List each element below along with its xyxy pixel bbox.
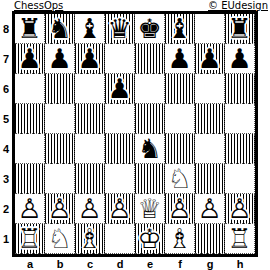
white-pawn: ♟♙ [195,194,224,223]
white-rook: ♜♖ [15,224,44,253]
black-pawn: ♟ [45,44,74,73]
white-knight: ♞♘ [165,164,194,193]
white-pawn: ♟♙ [75,194,104,223]
file-label-d: d [105,257,135,270]
white-pawn: ♟♙ [225,194,254,223]
black-pawn: ♟ [165,44,194,73]
square-d5[interactable] [105,104,135,134]
square-b4[interactable] [45,134,75,164]
square-b1[interactable]: ♞♘ [45,224,75,254]
file-label-c: c [75,257,105,270]
white-knight: ♞♘ [45,224,74,253]
black-bishop: ♝ [165,14,194,43]
white-rook: ♜♖ [225,224,254,253]
square-f8[interactable]: ♝ [165,14,195,44]
file-label-g: g [195,257,225,270]
chess-board: ♜♞♝♛♚♝♜♟♟♟♟♟♟♟♞♞♘♟♙♟♙♟♙♟♙♛♕♟♙♟♙♟♙♜♖♞♘♝♗♚… [15,14,255,254]
square-f5[interactable] [165,104,195,134]
square-a8[interactable]: ♜ [15,14,45,44]
black-pawn: ♟ [75,44,104,73]
file-labels: abcdefgh [15,257,255,270]
square-a3[interactable] [15,164,45,194]
black-pawn: ♟ [15,44,44,73]
square-e6[interactable] [135,74,165,104]
rank-label-5: 5 [0,104,12,134]
rank-label-4: 4 [0,134,12,164]
black-knight: ♞ [45,14,74,43]
square-e1[interactable]: ♚♔ [135,224,165,254]
square-f2[interactable]: ♟♙ [165,194,195,224]
black-rook: ♜ [15,14,44,43]
square-c7[interactable]: ♟ [75,44,105,74]
square-e2[interactable]: ♛♕ [135,194,165,224]
rank-label-1: 1 [0,224,12,254]
square-d4[interactable] [105,134,135,164]
square-b2[interactable]: ♟♙ [45,194,75,224]
square-g2[interactable]: ♟♙ [195,194,225,224]
square-d8[interactable]: ♛ [105,14,135,44]
square-g3[interactable] [195,164,225,194]
square-d7[interactable] [105,44,135,74]
square-c5[interactable] [75,104,105,134]
black-rook: ♜ [225,14,254,43]
square-g6[interactable] [195,74,225,104]
square-b8[interactable]: ♞ [45,14,75,44]
file-label-e: e [135,257,165,270]
square-g8[interactable] [195,14,225,44]
square-a5[interactable] [15,104,45,134]
square-a2[interactable]: ♟♙ [15,194,45,224]
white-pawn: ♟♙ [15,194,44,223]
square-h6[interactable] [225,74,255,104]
square-h2[interactable]: ♟♙ [225,194,255,224]
square-d3[interactable] [105,164,135,194]
square-f7[interactable]: ♟ [165,44,195,74]
black-pawn: ♟ [195,44,224,73]
white-pawn: ♟♙ [165,194,194,223]
eudesign-credit-link[interactable]: © EUdesign [208,0,268,11]
square-h5[interactable] [225,104,255,134]
square-c2[interactable]: ♟♙ [75,194,105,224]
rank-label-7: 7 [0,44,12,74]
white-pawn: ♟♙ [45,194,74,223]
square-c6[interactable] [75,74,105,104]
square-g4[interactable] [195,134,225,164]
rank-label-2: 2 [0,194,12,224]
black-pawn: ♟ [225,44,254,73]
white-bishop: ♝♗ [75,224,104,253]
white-king: ♚♔ [135,224,164,253]
board-frame: ♜♞♝♛♚♝♜♟♟♟♟♟♟♟♞♞♘♟♙♟♙♟♙♟♙♛♕♟♙♟♙♟♙♜♖♞♘♝♗♚… [12,11,258,257]
rank-labels: 87654321 [0,14,12,254]
white-pawn: ♟♙ [105,194,134,223]
square-a4[interactable] [15,134,45,164]
file-label-f: f [165,257,195,270]
chessops-link[interactable]: ChessOps [14,0,63,11]
square-f4[interactable] [165,134,195,164]
file-label-b: b [45,257,75,270]
square-a6[interactable] [15,74,45,104]
square-e7[interactable] [135,44,165,74]
black-bishop: ♝ [75,14,104,43]
square-b7[interactable]: ♟ [45,44,75,74]
black-knight: ♞ [135,134,164,163]
square-c3[interactable] [75,164,105,194]
square-d1[interactable] [105,224,135,254]
square-e5[interactable] [135,104,165,134]
square-c8[interactable]: ♝ [75,14,105,44]
file-label-h: h [225,257,255,270]
square-b6[interactable] [45,74,75,104]
square-f1[interactable]: ♝♗ [165,224,195,254]
square-g7[interactable]: ♟ [195,44,225,74]
rank-label-3: 3 [0,164,12,194]
square-e3[interactable] [135,164,165,194]
black-king: ♚ [135,14,164,43]
square-g1[interactable] [195,224,225,254]
square-e8[interactable]: ♚ [135,14,165,44]
square-e4[interactable]: ♞ [135,134,165,164]
square-b5[interactable] [45,104,75,134]
square-a1[interactable]: ♜♖ [15,224,45,254]
square-d2[interactable]: ♟♙ [105,194,135,224]
black-queen: ♛ [105,14,134,43]
square-a7[interactable]: ♟ [15,44,45,74]
chess-diagram: ChessOps © EUdesign 87654321 ♜♞♝♛♚♝♜♟♟♟♟… [0,0,270,270]
square-c4[interactable] [75,134,105,164]
square-f6[interactable] [165,74,195,104]
white-queen: ♛♕ [135,194,164,223]
square-b3[interactable] [45,164,75,194]
black-pawn: ♟ [105,74,134,103]
square-h1[interactable]: ♜♖ [225,224,255,254]
white-bishop: ♝♗ [165,224,194,253]
file-label-a: a [15,257,45,270]
rank-label-6: 6 [0,74,12,104]
square-h7[interactable]: ♟ [225,44,255,74]
square-f3[interactable]: ♞♘ [165,164,195,194]
square-c1[interactable]: ♝♗ [75,224,105,254]
square-h3[interactable] [225,164,255,194]
square-g5[interactable] [195,104,225,134]
square-h8[interactable]: ♜ [225,14,255,44]
square-h4[interactable] [225,134,255,164]
square-d6[interactable]: ♟ [105,74,135,104]
rank-label-8: 8 [0,14,12,44]
